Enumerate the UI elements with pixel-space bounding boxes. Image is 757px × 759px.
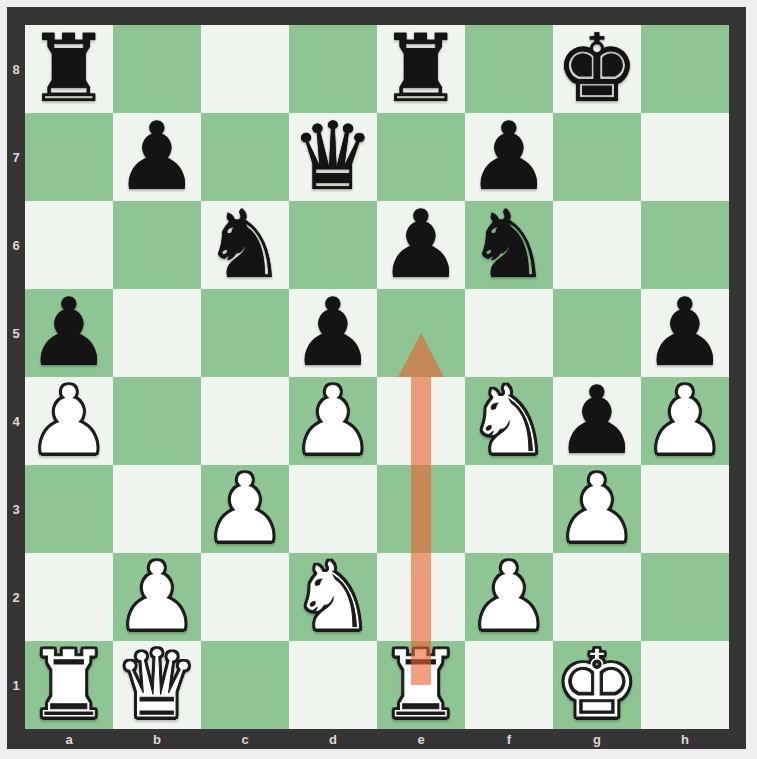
chessboard[interactable]: ♜♜♚♟♛♟♞♟♞♟♟♟♟♟♞♟♟♟♟♟♞♟♜♛♜♚ — [25, 25, 729, 729]
square-g2[interactable] — [553, 553, 641, 641]
square-h1[interactable] — [641, 641, 729, 729]
square-g5[interactable] — [553, 289, 641, 377]
square-h6[interactable] — [641, 201, 729, 289]
square-b6[interactable] — [113, 201, 201, 289]
square-f2[interactable]: ♟ — [465, 553, 553, 641]
rank-label-4: 4 — [7, 377, 25, 465]
square-b3[interactable] — [113, 465, 201, 553]
square-d6[interactable] — [289, 201, 377, 289]
square-e2[interactable] — [377, 553, 465, 641]
file-label-c: c — [201, 729, 289, 749]
square-g7[interactable] — [553, 113, 641, 201]
square-e1[interactable]: ♜ — [377, 641, 465, 729]
piece-black-rook-e8[interactable]: ♜ — [379, 22, 463, 116]
rank-label-8: 8 — [7, 25, 25, 113]
square-f8[interactable] — [465, 25, 553, 113]
square-a6[interactable] — [25, 201, 113, 289]
square-a8[interactable]: ♜ — [25, 25, 113, 113]
square-e6[interactable]: ♟ — [377, 201, 465, 289]
square-g6[interactable] — [553, 201, 641, 289]
square-g8[interactable]: ♚ — [553, 25, 641, 113]
square-g4[interactable]: ♟ — [553, 377, 641, 465]
square-e8[interactable]: ♜ — [377, 25, 465, 113]
piece-black-pawn-e6[interactable]: ♟ — [379, 198, 463, 292]
square-f3[interactable] — [465, 465, 553, 553]
square-g1[interactable]: ♚ — [553, 641, 641, 729]
piece-white-pawn-h4[interactable]: ♟ — [643, 374, 727, 468]
piece-black-knight-c6[interactable]: ♞ — [203, 198, 287, 292]
square-e7[interactable] — [377, 113, 465, 201]
square-d7[interactable]: ♛ — [289, 113, 377, 201]
square-c3[interactable]: ♟ — [201, 465, 289, 553]
square-d2[interactable]: ♞ — [289, 553, 377, 641]
square-h5[interactable]: ♟ — [641, 289, 729, 377]
square-b5[interactable] — [113, 289, 201, 377]
square-c7[interactable] — [201, 113, 289, 201]
square-h4[interactable]: ♟ — [641, 377, 729, 465]
piece-white-pawn-c3[interactable]: ♟ — [203, 462, 287, 556]
square-e4[interactable] — [377, 377, 465, 465]
square-d1[interactable] — [289, 641, 377, 729]
square-c5[interactable] — [201, 289, 289, 377]
square-a4[interactable]: ♟ — [25, 377, 113, 465]
square-d8[interactable] — [289, 25, 377, 113]
square-a7[interactable] — [25, 113, 113, 201]
square-f6[interactable]: ♞ — [465, 201, 553, 289]
square-a5[interactable]: ♟ — [25, 289, 113, 377]
file-label-d: d — [289, 729, 377, 749]
square-a2[interactable] — [25, 553, 113, 641]
piece-white-knight-f4[interactable]: ♞ — [467, 374, 551, 468]
square-b7[interactable]: ♟ — [113, 113, 201, 201]
piece-black-knight-f6[interactable]: ♞ — [467, 198, 551, 292]
piece-white-pawn-a4[interactable]: ♟ — [27, 374, 111, 468]
square-a1[interactable]: ♜ — [25, 641, 113, 729]
rank-label-3: 3 — [7, 465, 25, 553]
piece-white-rook-a1[interactable]: ♜ — [27, 638, 111, 732]
square-c4[interactable] — [201, 377, 289, 465]
square-c8[interactable] — [201, 25, 289, 113]
rank-label-7: 7 — [7, 113, 25, 201]
square-e5[interactable] — [377, 289, 465, 377]
square-f4[interactable]: ♞ — [465, 377, 553, 465]
rank-label-2: 2 — [7, 553, 25, 641]
square-g3[interactable]: ♟ — [553, 465, 641, 553]
square-h7[interactable] — [641, 113, 729, 201]
square-h2[interactable] — [641, 553, 729, 641]
square-a3[interactable] — [25, 465, 113, 553]
square-d3[interactable] — [289, 465, 377, 553]
rank-label-6: 6 — [7, 201, 25, 289]
piece-white-pawn-f2[interactable]: ♟ — [467, 550, 551, 644]
square-h3[interactable] — [641, 465, 729, 553]
piece-white-knight-d2[interactable]: ♞ — [291, 550, 375, 644]
page-background: 87654321 abcdefgh ♜♜♚♟♛♟♞♟♞♟♟♟♟♟♞♟♟♟♟♟♞♟… — [0, 0, 757, 759]
piece-black-king-g8[interactable]: ♚ — [555, 22, 639, 116]
square-b1[interactable]: ♛ — [113, 641, 201, 729]
piece-white-queen-b1[interactable]: ♛ — [115, 638, 199, 732]
square-h8[interactable] — [641, 25, 729, 113]
square-f5[interactable] — [465, 289, 553, 377]
piece-black-rook-a8[interactable]: ♜ — [27, 22, 111, 116]
square-c2[interactable] — [201, 553, 289, 641]
square-f1[interactable] — [465, 641, 553, 729]
rank-label-5: 5 — [7, 289, 25, 377]
square-d4[interactable]: ♟ — [289, 377, 377, 465]
square-b2[interactable]: ♟ — [113, 553, 201, 641]
chessboard-frame: 87654321 abcdefgh ♜♜♚♟♛♟♞♟♞♟♟♟♟♟♞♟♟♟♟♟♞♟… — [7, 7, 746, 749]
file-label-f: f — [465, 729, 553, 749]
piece-white-pawn-g3[interactable]: ♟ — [555, 462, 639, 556]
square-c1[interactable] — [201, 641, 289, 729]
rank-label-1: 1 — [7, 641, 25, 729]
piece-white-king-g1[interactable]: ♚ — [555, 638, 639, 732]
square-c6[interactable]: ♞ — [201, 201, 289, 289]
square-b4[interactable] — [113, 377, 201, 465]
piece-black-queen-d7[interactable]: ♛ — [291, 110, 375, 204]
square-b8[interactable] — [113, 25, 201, 113]
square-e3[interactable] — [377, 465, 465, 553]
file-label-h: h — [641, 729, 729, 749]
square-d5[interactable]: ♟ — [289, 289, 377, 377]
square-f7[interactable]: ♟ — [465, 113, 553, 201]
piece-white-pawn-d4[interactable]: ♟ — [291, 374, 375, 468]
piece-white-rook-e1[interactable]: ♜ — [379, 638, 463, 732]
piece-black-pawn-b7[interactable]: ♟ — [115, 110, 199, 204]
